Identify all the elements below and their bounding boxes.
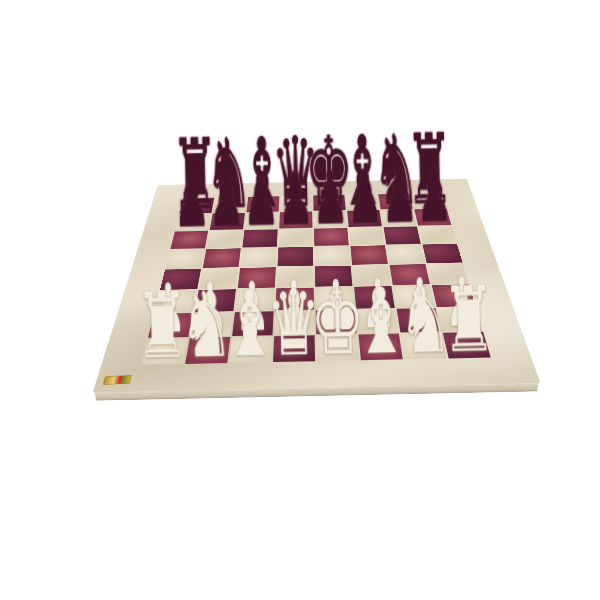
square-d7: ♟ [279, 212, 312, 229]
square-b5 [203, 248, 241, 268]
product-photo: ♜♞♝♛♚♝♞♜♟♟♟♟♟♟♟♟♟♟♟♟♟♟♟♟♜♞♝♛♚♝♞♜ [0, 0, 600, 600]
square-f5 [350, 245, 387, 264]
square-f6 [349, 227, 385, 245]
piece-maroon-pawn-icon: ♟ [242, 169, 280, 228]
board-grid: ♜♞♝♛♚♝♞♜♟♟♟♟♟♟♟♟♟♟♟♟♟♟♟♟♜♞♝♛♚♝♞♜ [141, 193, 490, 365]
piece-maroon-pawn-icon: ♟ [415, 165, 453, 224]
square-c1: ♝ [229, 336, 272, 363]
piece-maroon-pawn-icon: ♟ [380, 166, 418, 225]
brand-label-sticker [103, 375, 132, 385]
chess-board: ♜♞♝♛♚♝♞♜♟♟♟♟♟♟♟♟♟♟♟♟♟♟♟♟♜♞♝♛♚♝♞♜ [93, 179, 541, 393]
piece-maroon-pawn-icon: ♟ [311, 168, 349, 227]
square-d6 [278, 229, 312, 247]
piece-maroon-pawn-icon: ♟ [276, 168, 314, 227]
square-e1: ♚ [316, 334, 359, 361]
board-perspective-wrapper: ♜♞♝♛♚♝♞♜♟♟♟♟♟♟♟♟♟♟♟♟♟♟♟♟♜♞♝♛♚♝♞♜ [310, 83, 318, 449]
square-h5 [422, 244, 462, 263]
square-e6 [314, 228, 349, 246]
square-a5 [165, 249, 204, 269]
piece-maroon-pawn-icon: ♟ [346, 167, 384, 226]
square-c5 [240, 248, 277, 268]
square-h7: ♟ [414, 209, 451, 226]
square-a7: ♟ [175, 214, 211, 231]
square-h6 [418, 226, 456, 244]
square-d1: ♛ [273, 335, 315, 362]
square-e5 [314, 246, 350, 265]
square-d5 [277, 247, 313, 267]
piece-white-rook-icon: ♜ [441, 283, 497, 357]
square-f7: ♟ [347, 210, 382, 227]
square-c6 [242, 229, 277, 247]
square-c7: ♟ [244, 212, 278, 229]
square-g6 [384, 226, 421, 244]
square-h1: ♜ [443, 332, 491, 359]
square-a6 [170, 231, 208, 249]
piece-maroon-pawn-icon: ♟ [207, 170, 245, 229]
square-g5 [386, 245, 425, 264]
square-f1: ♝ [358, 334, 402, 361]
square-b6 [206, 230, 243, 248]
square-e7: ♟ [314, 211, 348, 228]
piece-maroon-pawn-icon: ♟ [173, 170, 211, 229]
square-g1: ♞ [401, 333, 447, 360]
square-b7: ♟ [210, 213, 245, 230]
board-edge [95, 383, 539, 400]
square-g7: ♟ [381, 209, 417, 226]
